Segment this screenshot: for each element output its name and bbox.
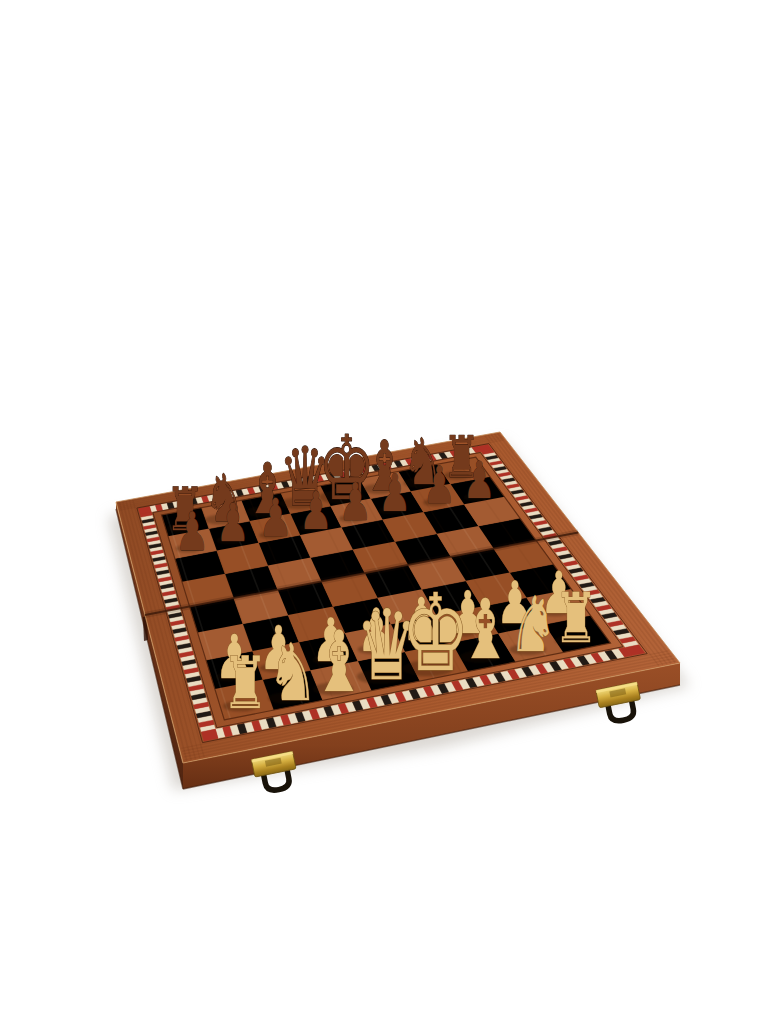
piece-black-pawn-g7: ♟: [423, 455, 456, 516]
piece-black-pawn-c7: ♟: [258, 487, 292, 549]
product-photo-canvas: ♜♞♝♛♚♝♞♜♟♟♟♟♟♟♟♟♟♟♟♟♟♟♟♟♜♞♝♛♚♝♞♜: [0, 0, 768, 1024]
piece-black-pawn-b7: ♟: [216, 492, 250, 554]
piece-black-pawn-d7: ♟: [299, 481, 333, 542]
piece-white-knight-b1: ♞: [267, 626, 318, 718]
piece-white-bishop-f1: ♝: [459, 582, 512, 678]
piece-white-knight-g1: ♞: [508, 580, 557, 670]
piece-black-pawn-f7: ♟: [378, 463, 411, 524]
piece-white-rook-h1: ♜: [554, 578, 598, 658]
piece-black-pawn-e7: ♟: [338, 471, 372, 532]
chess-board-photo: ♜♞♝♛♚♝♞♜♟♟♟♟♟♟♟♟♟♟♟♟♟♟♟♟♜♞♝♛♚♝♞♜: [0, 0, 768, 1024]
piece-black-pawn-h7: ♟: [463, 451, 496, 510]
piece-white-rook-a1: ♜: [222, 641, 268, 725]
piece-black-pawn-a7: ♟: [175, 500, 209, 562]
